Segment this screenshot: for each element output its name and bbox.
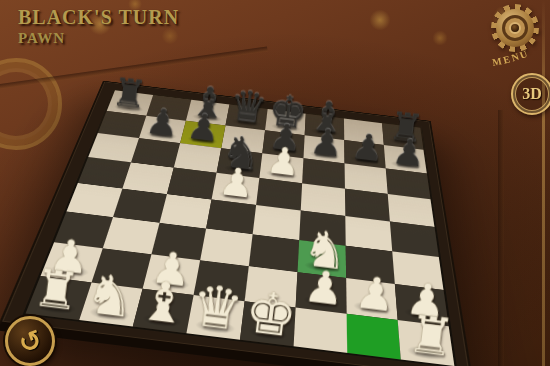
square-d3[interactable] (200, 229, 252, 267)
piece-black-pawn-b7[interactable]: ♟ (144, 103, 180, 143)
undo-button[interactable]: ↺ (5, 316, 55, 366)
square-e4[interactable] (253, 205, 301, 240)
piece-black-pawn-h7[interactable]: ♟ (390, 133, 426, 173)
square-b4[interactable] (113, 189, 167, 223)
board-squares: ♜♝♛♚♝♜♟♟♟♟♟♟♞♟♟♞♟♟♟♟♟♜♞♝♛♚♜ (26, 90, 455, 366)
piece-white-rook-h1[interactable]: ♜ (405, 308, 457, 365)
square-f2[interactable]: ♟ (296, 272, 347, 314)
chess-app-screen: BLACK'S TURN PAWN MENU 3D ↺ ♜♝♛♚♝♜♟♟♟♟♟♟… (0, 0, 550, 366)
square-h5[interactable] (388, 194, 435, 227)
piece-black-pawn-c7[interactable]: ♟ (185, 108, 221, 148)
square-e1[interactable]: ♚ (240, 301, 296, 346)
table-gold-trim-right (542, 0, 545, 366)
menu-button[interactable] (491, 4, 539, 52)
piece-white-pawn-d5[interactable]: ♟ (217, 161, 256, 204)
piece-black-pawn-f7[interactable]: ♟ (308, 123, 344, 163)
piece-white-king-e1[interactable]: ♚ (241, 282, 299, 345)
square-g4[interactable] (345, 216, 392, 251)
square-g1[interactable] (347, 314, 401, 360)
piece-white-rook-a1[interactable]: ♜ (30, 262, 82, 319)
square-b6[interactable] (131, 138, 180, 167)
piece-black-rook-a8[interactable]: ♜ (110, 73, 149, 115)
square-c5[interactable] (167, 168, 217, 200)
square-g2[interactable]: ♟ (346, 278, 398, 320)
selected-piece-label: PAWN (18, 30, 179, 47)
board-frame: ♜♝♛♚♝♜♟♟♟♟♟♟♞♟♟♞♟♟♟♟♟♜♞♝♛♚♜ (0, 81, 474, 366)
piece-black-pawn-g7[interactable]: ♟ (349, 128, 385, 168)
square-f5[interactable] (301, 183, 346, 216)
chess-board-3d: ♜♝♛♚♝♜♟♟♟♟♟♟♞♟♟♞♟♟♟♟♟♜♞♝♛♚♜ (0, 81, 474, 366)
turn-title: BLACK'S TURN (18, 6, 179, 29)
square-b1[interactable]: ♞ (79, 282, 142, 326)
square-f1[interactable] (294, 307, 348, 352)
square-h1[interactable]: ♜ (398, 320, 455, 366)
square-d5[interactable]: ♟ (212, 173, 260, 205)
undo-arrow-icon: ↺ (15, 324, 45, 357)
view-3d-label: 3D (522, 85, 542, 103)
square-h6[interactable] (386, 168, 431, 199)
view-3d-toggle-button[interactable]: 3D (511, 73, 550, 115)
piece-black-queen-d8[interactable]: ♛ (226, 83, 269, 130)
piece-white-queen-d1[interactable]: ♛ (188, 275, 246, 338)
square-b5[interactable] (122, 162, 173, 194)
square-g5[interactable] (345, 189, 390, 222)
piece-white-pawn-g2[interactable]: ♟ (352, 269, 397, 318)
square-e3[interactable] (249, 234, 299, 272)
square-d1[interactable]: ♛ (186, 295, 244, 340)
piece-white-bishop-c1[interactable]: ♝ (135, 271, 191, 332)
turn-indicator: BLACK'S TURN PAWN (18, 6, 179, 47)
table-medallion-left (0, 58, 62, 150)
table-panel-seam (498, 110, 504, 366)
piece-white-pawn-f2[interactable]: ♟ (301, 263, 346, 312)
piece-white-pawn-e6[interactable]: ♟ (264, 141, 302, 182)
piece-white-knight-b1[interactable]: ♞ (82, 265, 138, 326)
square-c1[interactable]: ♝ (133, 289, 194, 333)
